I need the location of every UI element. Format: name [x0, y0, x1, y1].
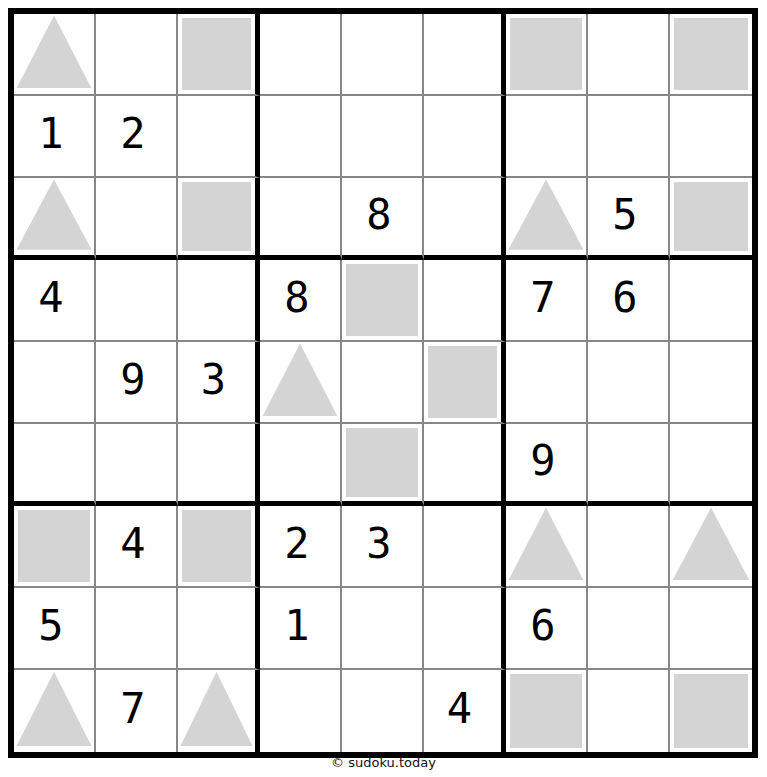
cell-r2c5[interactable]: [342, 96, 424, 178]
given-digit: 9: [120, 359, 145, 401]
given-digit: 6: [612, 277, 637, 319]
cell-r5c5[interactable]: [342, 342, 424, 424]
cell-r1c4[interactable]: [260, 14, 342, 96]
cell-r9c4[interactable]: [260, 670, 342, 752]
cell-r6c7[interactable]: 9: [506, 424, 588, 506]
cell-r3c7[interactable]: [506, 178, 588, 260]
cell-r1c8[interactable]: [588, 14, 670, 96]
triangle-mark: [672, 508, 749, 581]
cell-r7c1[interactable]: [14, 506, 96, 588]
given-digit: 8: [284, 277, 309, 319]
square-mark: [346, 264, 418, 336]
cell-r8c3[interactable]: [178, 588, 260, 670]
cell-r4c4[interactable]: 8: [260, 260, 342, 342]
cell-r5c6[interactable]: [424, 342, 506, 424]
cell-r4c8[interactable]: 6: [588, 260, 670, 342]
given-digit: 7: [120, 688, 145, 730]
cell-r3c6[interactable]: [424, 178, 506, 260]
cell-r3c2[interactable]: [96, 178, 178, 260]
cell-r8c8[interactable]: [588, 588, 670, 670]
given-digit: 6: [530, 605, 555, 647]
cell-r6c2[interactable]: [96, 424, 178, 506]
given-digit: 2: [120, 113, 145, 155]
cell-r7c5[interactable]: 3: [342, 506, 424, 588]
cell-r1c3[interactable]: [178, 14, 260, 96]
cell-r2c2[interactable]: 2: [96, 96, 178, 178]
cell-r2c4[interactable]: [260, 96, 342, 178]
cell-r8c6[interactable]: [424, 588, 506, 670]
given-digit: 1: [38, 113, 63, 155]
cell-r6c9[interactable]: [670, 424, 752, 506]
cell-r5c4[interactable]: [260, 342, 342, 424]
cell-r9c5[interactable]: [342, 670, 424, 752]
triangle-mark: [508, 508, 583, 581]
square-mark: [346, 428, 418, 497]
cell-r8c7[interactable]: 6: [506, 588, 588, 670]
cell-r2c6[interactable]: [424, 96, 506, 178]
cell-r3c1[interactable]: [14, 178, 96, 260]
cell-r6c1[interactable]: [14, 424, 96, 506]
cell-r4c1[interactable]: 4: [14, 260, 96, 342]
square-mark: [182, 510, 251, 582]
cell-r3c5[interactable]: 8: [342, 178, 424, 260]
cell-r9c2[interactable]: 7: [96, 670, 178, 752]
cell-r4c6[interactable]: [424, 260, 506, 342]
cell-r2c3[interactable]: [178, 96, 260, 178]
square-mark: [428, 346, 497, 418]
triangle-mark: [262, 344, 337, 417]
cell-r8c5[interactable]: [342, 588, 424, 670]
cell-r2c7[interactable]: [506, 96, 588, 178]
given-digit: 5: [38, 605, 63, 647]
cell-r1c6[interactable]: [424, 14, 506, 96]
square-mark: [18, 510, 90, 582]
cell-r1c7[interactable]: [506, 14, 588, 96]
given-digit: 3: [201, 359, 226, 401]
cell-r5c9[interactable]: [670, 342, 752, 424]
cell-r4c7[interactable]: 7: [506, 260, 588, 342]
cell-r6c6[interactable]: [424, 424, 506, 506]
cell-r5c8[interactable]: [588, 342, 670, 424]
cell-r4c5[interactable]: [342, 260, 424, 342]
given-digit: 4: [120, 523, 145, 565]
given-digit: 5: [612, 194, 637, 236]
square-mark: [510, 18, 582, 90]
cell-r8c2[interactable]: [96, 588, 178, 670]
cell-r9c7[interactable]: [506, 670, 588, 752]
given-digit: 4: [38, 277, 63, 319]
cell-r3c8[interactable]: 5: [588, 178, 670, 260]
given-digit: 8: [366, 194, 391, 236]
cell-r2c1[interactable]: 1: [14, 96, 96, 178]
square-mark: [674, 182, 748, 251]
cell-r8c1[interactable]: 5: [14, 588, 96, 670]
given-digit: 4: [447, 688, 472, 730]
cell-r4c3[interactable]: [178, 260, 260, 342]
cell-r2c9[interactable]: [670, 96, 752, 178]
cell-r8c4[interactable]: 1: [260, 588, 342, 670]
cell-r6c8[interactable]: [588, 424, 670, 506]
cell-r9c6[interactable]: 4: [424, 670, 506, 752]
copyright-text: © sudoku.today: [0, 755, 767, 770]
cell-r4c2[interactable]: [96, 260, 178, 342]
cell-r5c1[interactable]: [14, 342, 96, 424]
triangle-mark: [508, 180, 583, 250]
cell-r5c2[interactable]: 9: [96, 342, 178, 424]
square-mark: [182, 18, 251, 90]
cell-r5c7[interactable]: [506, 342, 588, 424]
given-digit: 3: [366, 523, 391, 565]
cell-r6c5[interactable]: [342, 424, 424, 506]
cell-r7c6[interactable]: [424, 506, 506, 588]
cell-r6c4[interactable]: [260, 424, 342, 506]
cell-r7c4[interactable]: 2: [260, 506, 342, 588]
given-digit: 2: [284, 523, 309, 565]
cell-r7c8[interactable]: [588, 506, 670, 588]
cell-r5c3[interactable]: 3: [178, 342, 260, 424]
cell-r9c9[interactable]: [670, 670, 752, 752]
triangle-mark: [180, 672, 252, 747]
cell-r9c8[interactable]: [588, 670, 670, 752]
square-mark: [674, 674, 748, 748]
sudoku-board: 1285487693942351674: [8, 8, 758, 758]
square-mark: [182, 182, 251, 251]
cell-r4c9[interactable]: [670, 260, 752, 342]
cell-r7c9[interactable]: [670, 506, 752, 588]
cell-r1c9[interactable]: [670, 14, 752, 96]
given-digit: 9: [530, 440, 555, 482]
square-mark: [674, 18, 748, 90]
triangle-mark: [16, 16, 91, 89]
cell-r6c3[interactable]: [178, 424, 260, 506]
cell-r1c1[interactable]: [14, 14, 96, 96]
cell-r3c3[interactable]: [178, 178, 260, 260]
given-digit: 7: [530, 277, 555, 319]
cell-r1c5[interactable]: [342, 14, 424, 96]
cell-r8c9[interactable]: [670, 588, 752, 670]
cell-r3c4[interactable]: [260, 178, 342, 260]
cell-r1c2[interactable]: [96, 14, 178, 96]
cell-r7c3[interactable]: [178, 506, 260, 588]
cell-r7c7[interactable]: [506, 506, 588, 588]
triangle-mark: [16, 672, 91, 747]
cell-r9c3[interactable]: [178, 670, 260, 752]
cell-r9c1[interactable]: [14, 670, 96, 752]
cell-r3c9[interactable]: [670, 178, 752, 260]
square-mark: [510, 674, 582, 748]
triangle-mark: [16, 180, 91, 250]
given-digit: 1: [284, 605, 309, 647]
cell-r7c2[interactable]: 4: [96, 506, 178, 588]
cell-r2c8[interactable]: [588, 96, 670, 178]
